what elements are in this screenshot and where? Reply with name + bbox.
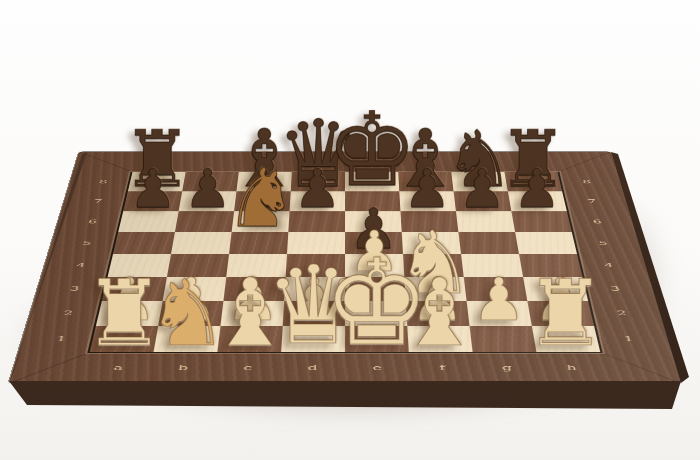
rank-label-left-5: 5 bbox=[82, 240, 92, 245]
square-a5[interactable] bbox=[113, 232, 175, 254]
rank-label-right-1: 1 bbox=[623, 336, 634, 342]
piece-white-rook-h1[interactable]: ♜ bbox=[525, 267, 607, 358]
rank-label-right-6: 6 bbox=[592, 219, 602, 224]
rank-label-left-8: 8 bbox=[99, 179, 108, 184]
product-photo-stage: 8877665544332211abcdefgh ♜♝♛♚♝♞♜♟♟♟♟♟♟♟♞… bbox=[0, 0, 700, 460]
rank-label-left-3: 3 bbox=[69, 286, 80, 292]
piece-black-pawn-d7[interactable]: ♟ bbox=[294, 162, 342, 215]
rank-label-left-6: 6 bbox=[88, 219, 98, 224]
rank-label-right-3: 3 bbox=[610, 286, 621, 292]
file-label-g: g bbox=[501, 364, 512, 371]
piece-black-pawn-g7[interactable]: ♟ bbox=[458, 162, 506, 215]
piece-black-pawn-h7[interactable]: ♟ bbox=[513, 162, 561, 215]
rank-label-right-8: 8 bbox=[582, 179, 591, 184]
rank-label-left-2: 2 bbox=[63, 310, 74, 316]
rank-label-left-1: 1 bbox=[56, 336, 67, 342]
piece-black-pawn-f7[interactable]: ♟ bbox=[404, 162, 452, 215]
rank-label-right-7: 7 bbox=[587, 199, 597, 204]
square-h5[interactable] bbox=[515, 232, 577, 254]
piece-black-knight-c6[interactable]: ♞ bbox=[224, 158, 297, 239]
frame-mitre-joint bbox=[599, 352, 681, 383]
square-b5[interactable] bbox=[171, 232, 232, 254]
rank-label-right-2: 2 bbox=[616, 310, 627, 316]
rank-label-left-7: 7 bbox=[93, 199, 103, 204]
piece-black-pawn-a7[interactable]: ♟ bbox=[129, 162, 177, 215]
piece-white-bishop-f1[interactable]: ♝ bbox=[398, 265, 482, 358]
rank-label-right-5: 5 bbox=[598, 240, 608, 245]
frame-mitre-joint bbox=[9, 352, 91, 383]
